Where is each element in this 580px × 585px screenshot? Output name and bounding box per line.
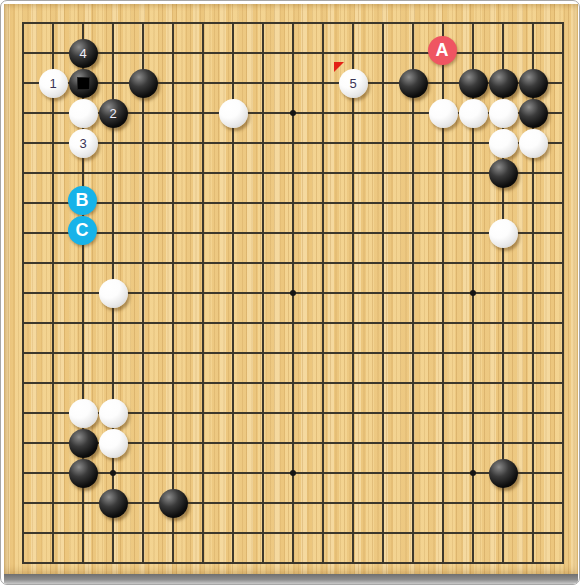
white-stone: 5 [339,69,368,98]
go-app-window: 41523ABC [0,0,580,585]
black-stone [69,69,98,98]
white-stone [429,99,458,128]
white-stone: 3 [69,129,98,158]
black-stone [69,429,98,458]
star-point [290,470,296,476]
white-stone [489,99,518,128]
black-stone: 2 [99,99,128,128]
move-number: 4 [79,47,86,60]
black-stone [489,159,518,188]
black-stone: 4 [69,39,98,68]
black-stone [99,489,128,518]
red-triangle-marker [334,62,345,73]
white-stone [99,399,128,428]
black-stone [489,69,518,98]
board-frame: 41523ABC [0,0,580,585]
move-number: 2 [109,107,116,120]
white-stone [219,99,248,128]
white-stone [99,279,128,308]
black-stone [399,69,428,98]
white-stone [69,399,98,428]
square-marker [77,77,90,90]
white-stone [459,99,488,128]
black-stone [519,99,548,128]
star-point [290,110,296,116]
white-stone [489,129,518,158]
black-stone [69,459,98,488]
white-stone [69,99,98,128]
move-number: 1 [49,77,56,90]
move-number: 3 [79,137,86,150]
star-point [470,290,476,296]
white-stone [519,129,548,158]
star-point [290,290,296,296]
black-stone [159,489,188,518]
white-stone: 1 [39,69,68,98]
choice-marker-C[interactable]: C [68,216,97,245]
star-point [110,470,116,476]
black-stone [519,69,548,98]
star-point [470,470,476,476]
black-stone [489,459,518,488]
black-stone [129,69,158,98]
white-stone [99,429,128,458]
white-stone [489,219,518,248]
black-stone [459,69,488,98]
move-number: 5 [349,77,356,90]
choice-marker-B[interactable]: B [68,186,97,215]
choice-marker-A[interactable]: A [428,36,457,65]
